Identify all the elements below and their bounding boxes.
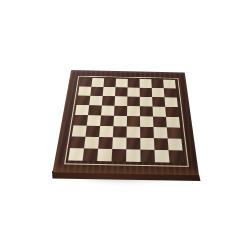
square-r4c4 [127,116,140,127]
square-r2c5 [140,97,153,107]
square-r0c2 [103,78,116,87]
square-r1c2 [103,87,116,96]
square-r3c4 [127,106,140,116]
square-r1c6 [152,88,165,97]
square-r4c7 [166,117,180,128]
square-r0c6 [151,79,163,88]
square-r5c7 [167,127,182,138]
square-r7c4 [126,149,140,162]
square-r3c1 [88,105,102,115]
square-r7c0 [68,148,84,161]
square-r2c3 [115,96,128,106]
square-r3c2 [101,105,115,115]
square-r0c3 [116,79,128,88]
square-r1c1 [90,87,103,96]
square-r4c0 [73,115,88,126]
square-r4c3 [113,116,127,127]
square-r4c1 [87,115,101,126]
square-r6c2 [98,137,113,149]
square-r3c0 [75,105,89,115]
square-r0c4 [128,79,140,88]
frame-inlay-line [64,76,189,167]
square-r7c2 [97,149,112,162]
square-r6c6 [154,138,169,150]
square-r3c7 [165,107,179,117]
square-r5c6 [153,127,167,138]
square-r5c5 [140,127,154,138]
square-r2c2 [102,96,115,106]
square-r5c2 [99,126,113,137]
square-r1c5 [140,88,152,97]
chessboard-product-photo [0,0,250,250]
square-r3c6 [153,107,166,117]
chess-board [53,70,199,175]
square-r6c1 [84,137,99,149]
square-r4c2 [100,115,114,126]
square-r0c7 [163,80,176,89]
square-r5c4 [127,127,141,138]
square-r3c5 [140,106,153,116]
square-r7c3 [112,149,127,162]
square-r7c7 [169,150,184,163]
square-r2c6 [152,97,165,107]
square-r3c3 [114,106,127,116]
square-r0c5 [140,79,152,88]
square-r7c5 [140,150,155,163]
square-r1c4 [127,87,139,96]
square-r1c3 [115,87,128,96]
square-r6c0 [70,136,85,148]
square-r6c7 [168,138,183,150]
square-r5c3 [113,126,127,137]
square-r5c1 [85,126,100,137]
square-r2c0 [77,95,91,105]
square-r6c3 [112,137,126,149]
square-r4c6 [153,117,167,128]
square-r1c7 [164,88,177,97]
square-r6c4 [126,138,140,150]
square-r6c5 [140,138,154,150]
square-r4c5 [140,116,153,127]
square-r7c1 [83,148,99,161]
square-r7c6 [154,150,169,163]
board-grid [68,78,184,163]
square-r5c0 [72,125,87,136]
square-r2c4 [127,97,140,107]
square-r0c1 [91,78,104,87]
square-r2c1 [89,96,102,106]
square-r2c7 [164,97,177,107]
